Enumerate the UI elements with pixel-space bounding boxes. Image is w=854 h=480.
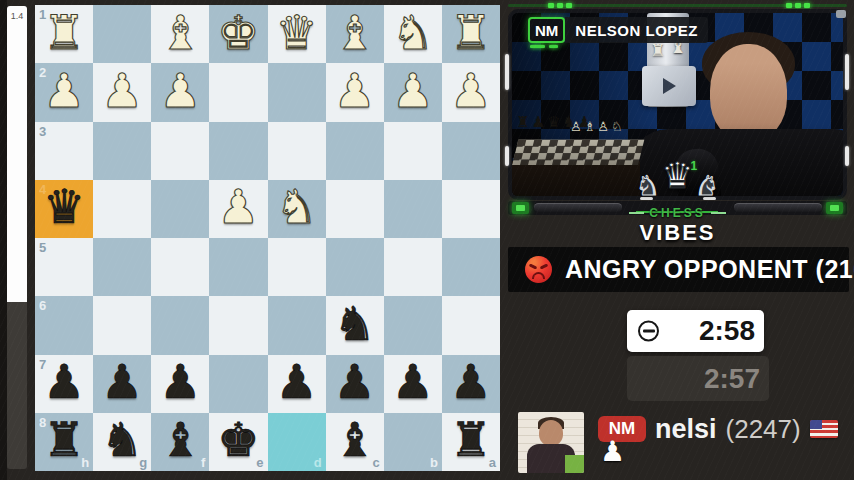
us-flag-icon — [810, 420, 838, 438]
square-f4[interactable] — [151, 180, 209, 238]
chess-stream-screen: { "game": "chess", "position": { "fen": … — [0, 0, 854, 480]
square-b3[interactable] — [384, 122, 442, 180]
green-dash-icon — [530, 45, 545, 48]
square-c7[interactable]: ♟ — [326, 355, 384, 413]
streamer-nameplate: NM NELSON LOPEZ — [528, 17, 708, 43]
black-bishop-c8[interactable]: ♝ — [334, 416, 376, 463]
square-f3[interactable] — [151, 122, 209, 180]
square-d1[interactable]: ♛ — [268, 5, 326, 63]
square-e3[interactable] — [209, 122, 267, 180]
square-d3[interactable] — [268, 122, 326, 180]
square-b2[interactable]: ♟ — [384, 63, 442, 121]
square-h8[interactable]: 8h♜ — [35, 413, 93, 471]
square-b8[interactable]: b — [384, 413, 442, 471]
angry-face-icon — [525, 256, 552, 283]
black-pawn-c7[interactable]: ♟ — [334, 358, 376, 405]
rank-label-6: 6 — [39, 299, 46, 312]
square-e4[interactable]: ♟ — [209, 180, 267, 238]
square-f1[interactable]: ♝ — [151, 5, 209, 63]
active-clock: 2:58 — [627, 310, 764, 352]
logo-dash — [629, 212, 644, 214]
square-f7[interactable]: ♟ — [151, 355, 209, 413]
logo-crest: ♞ ♞ ♛ 1 — [618, 158, 738, 204]
square-a1[interactable]: ♜ — [442, 5, 500, 63]
square-b5[interactable] — [384, 238, 442, 296]
logo-text-chess: CHESS — [649, 206, 705, 220]
square-h7[interactable]: 7♟ — [35, 355, 93, 413]
white-knight-d4[interactable]: ♞ — [275, 183, 317, 230]
square-b7[interactable]: ♟ — [384, 355, 442, 413]
green-dash-icon — [786, 3, 792, 8]
square-g2[interactable]: ♟ — [93, 63, 151, 121]
streamer-name: NELSON LOPEZ — [565, 17, 708, 43]
square-g6[interactable] — [93, 296, 151, 354]
knight-wing-icon: ♞ — [695, 172, 719, 199]
square-c4[interactable] — [326, 180, 384, 238]
white-pawn-g2[interactable]: ♟ — [101, 67, 143, 114]
square-c2[interactable]: ♟ — [326, 63, 384, 121]
square-f2[interactable]: ♟ — [151, 63, 209, 121]
white-pawn-b2[interactable]: ♟ — [392, 67, 434, 114]
chess-vibes-logo: ♞ ♞ ♛ 1 CHESS VIBES — [508, 158, 847, 246]
previous-clock-time: 2:57 — [704, 363, 760, 395]
square-d8[interactable]: d — [268, 413, 326, 471]
green-dash-icon — [804, 3, 810, 8]
black-knight-c6[interactable]: ♞ — [334, 300, 376, 347]
square-e5[interactable] — [209, 238, 267, 296]
square-h2[interactable]: 2♟ — [35, 63, 93, 121]
evaluation-bar: 1.4 — [7, 6, 27, 469]
square-h6[interactable]: 6 — [35, 296, 93, 354]
square-a5[interactable] — [442, 238, 500, 296]
black-pawn-b7[interactable]: ♟ — [392, 358, 434, 405]
white-pawn-icon: ♟ — [600, 438, 625, 466]
logo-spark: 1 — [691, 159, 698, 173]
player-rating: (2247) — [726, 414, 801, 445]
file-label-d: d — [314, 456, 322, 469]
frame-tick — [845, 54, 849, 90]
square-e6[interactable] — [209, 296, 267, 354]
white-pawn-c2[interactable]: ♟ — [334, 67, 376, 114]
square-a3[interactable] — [442, 122, 500, 180]
white-king-e1[interactable]: ♚ — [217, 9, 259, 56]
white-rook-h1[interactable]: ♜ — [43, 9, 85, 56]
square-h4[interactable]: 4♛ — [35, 180, 93, 238]
green-dash-icon — [548, 3, 554, 8]
square-f5[interactable] — [151, 238, 209, 296]
circle-minus-clock-icon — [638, 321, 659, 342]
white-pawn-e4[interactable]: ♟ — [217, 183, 259, 230]
square-d4[interactable]: ♞ — [268, 180, 326, 238]
previous-clock: 2:57 — [627, 356, 769, 401]
white-pawn-a2[interactable]: ♟ — [450, 67, 492, 114]
file-label-b: b — [430, 456, 438, 469]
black-pawn-h7[interactable]: ♟ — [43, 358, 85, 405]
black-queen-h4[interactable]: ♛ — [43, 183, 85, 230]
square-b6[interactable] — [384, 296, 442, 354]
rank-label-5: 5 — [39, 241, 46, 254]
square-g8[interactable]: g♞ — [93, 413, 151, 471]
rank-label-3: 3 — [39, 125, 46, 138]
square-h1[interactable]: 1♜ — [35, 5, 93, 63]
square-f6[interactable] — [151, 296, 209, 354]
square-h3[interactable]: 3 — [35, 122, 93, 180]
square-d6[interactable] — [268, 296, 326, 354]
knight-wing-icon: ♞ — [636, 172, 660, 199]
square-c8[interactable]: c♝ — [326, 413, 384, 471]
white-pawn-h2[interactable]: ♟ — [43, 67, 85, 114]
square-a2[interactable]: ♟ — [442, 63, 500, 121]
square-g5[interactable] — [93, 238, 151, 296]
black-knight-g8[interactable]: ♞ — [101, 416, 143, 463]
frame-tick — [505, 54, 509, 90]
square-g7[interactable]: ♟ — [93, 355, 151, 413]
white-bishop-f1[interactable]: ♝ — [159, 9, 201, 56]
square-g1[interactable] — [93, 5, 151, 63]
streamer-title-badge: NM — [528, 17, 565, 43]
white-rook-a1[interactable]: ♜ — [450, 9, 492, 56]
logo-text-vibes: VIBES — [639, 220, 715, 246]
square-f8[interactable]: f♝ — [151, 413, 209, 471]
left-gutter — [0, 0, 7, 480]
square-e8[interactable]: e♚ — [209, 413, 267, 471]
square-c3[interactable] — [326, 122, 384, 180]
green-dash-icon — [566, 3, 572, 8]
black-bishop-f8[interactable]: ♝ — [159, 416, 201, 463]
player-name[interactable]: nelsi — [655, 414, 717, 445]
online-status-badge — [565, 455, 584, 473]
black-pawn-f7[interactable]: ♟ — [159, 358, 201, 405]
square-a6[interactable] — [442, 296, 500, 354]
square-b1[interactable]: ♞ — [384, 5, 442, 63]
square-b4[interactable] — [384, 180, 442, 238]
black-pawn-g7[interactable]: ♟ — [101, 358, 143, 405]
white-bishop-c1[interactable]: ♝ — [334, 9, 376, 56]
black-rook-h8[interactable]: ♜ — [43, 416, 85, 463]
square-h5[interactable]: 5 — [35, 238, 93, 296]
white-pawn-f2[interactable]: ♟ — [159, 67, 201, 114]
square-e1[interactable]: ♚ — [209, 5, 267, 63]
square-g3[interactable] — [93, 122, 151, 180]
evaluation-bar-white-share — [7, 6, 27, 302]
square-a8[interactable]: a♜ — [442, 413, 500, 471]
black-rook-a8[interactable]: ♜ — [450, 416, 492, 463]
chess-board[interactable]: 1♜♝♚♛♝♞♜2♟♟♟♟♟♟34♛♟♞56♞7♟♟♟♟♟♟♟8h♜g♞f♝e♚… — [35, 5, 500, 471]
queen-piece-icon: ♛ — [661, 158, 693, 194]
square-d5[interactable] — [268, 238, 326, 296]
white-queen-d1[interactable]: ♛ — [275, 9, 317, 56]
black-pawn-d7[interactable]: ♟ — [275, 358, 317, 405]
opponent-banner: ANGRY OPPONENT (2100) — [508, 247, 849, 292]
white-knight-b1[interactable]: ♞ — [392, 9, 434, 56]
square-a4[interactable] — [442, 180, 500, 238]
square-a7[interactable]: ♟ — [442, 355, 500, 413]
logo-chess-row: CHESS — [629, 206, 725, 220]
square-d7[interactable]: ♟ — [268, 355, 326, 413]
black-pawn-a7[interactable]: ♟ — [450, 358, 492, 405]
black-king-e8[interactable]: ♚ — [217, 416, 259, 463]
square-d2[interactable] — [268, 63, 326, 121]
logo-dash — [711, 212, 726, 214]
green-dash-icon — [795, 3, 801, 8]
frame-corner-chip — [836, 10, 846, 18]
overlay-top-line — [508, 4, 847, 7]
square-e2[interactable] — [209, 63, 267, 121]
square-c1[interactable]: ♝ — [326, 5, 384, 63]
square-c6[interactable]: ♞ — [326, 296, 384, 354]
active-clock-time: 2:58 — [699, 315, 755, 347]
file-label-f: f — [201, 456, 205, 469]
player-avatar[interactable] — [518, 412, 584, 473]
avatar-head — [539, 420, 563, 446]
evaluation-value: 1.4 — [7, 11, 27, 21]
green-dash-icon — [557, 3, 563, 8]
square-g4[interactable] — [93, 180, 151, 238]
opponent-banner-label: ANGRY OPPONENT (2100) — [565, 255, 854, 284]
square-e7[interactable] — [209, 355, 267, 413]
square-c5[interactable] — [326, 238, 384, 296]
green-dash-icon — [549, 45, 558, 48]
player-info-row: NM nelsi (2247) — [598, 414, 838, 444]
